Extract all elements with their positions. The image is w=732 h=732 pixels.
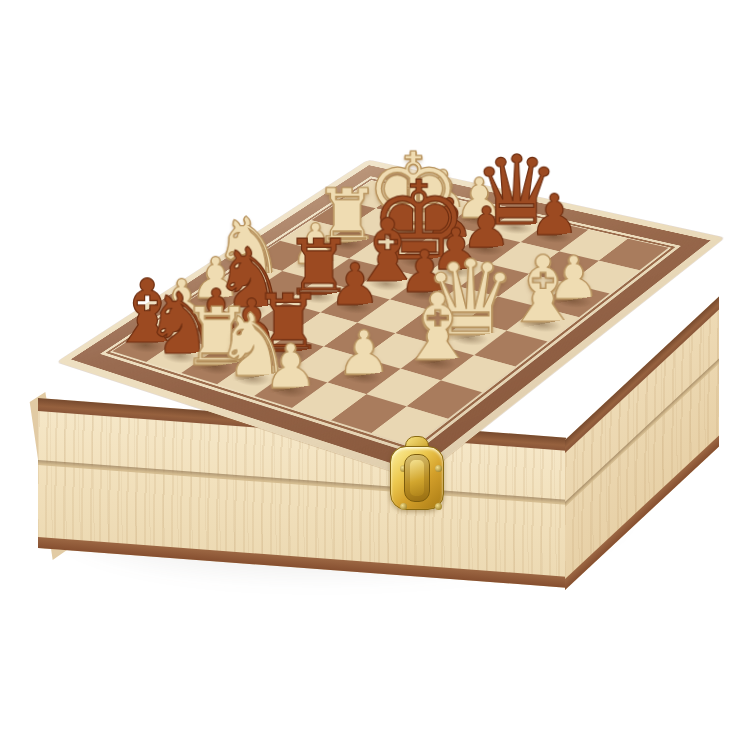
product-photo-scene: ♟♟♛♟♚♟♟♜♚♟♟♟♝♟♝♞♜♟♛♟♞♝♟♟♟♜♟♝♞♜♞♟ [0, 0, 732, 732]
clasp-hasp-loop [404, 454, 430, 502]
chess-board-grid: ♟♟♛♟♚♟♟♜♚♟♟♟♝♟♝♞♜♟♛♟♞♝♟♟♟♜♟♝♞♜♞♟ [112, 181, 668, 446]
clasp-screw [435, 503, 442, 510]
brass-clasp-latch [386, 436, 446, 514]
clasp-screw [435, 465, 442, 472]
clasp-screw [400, 503, 407, 510]
